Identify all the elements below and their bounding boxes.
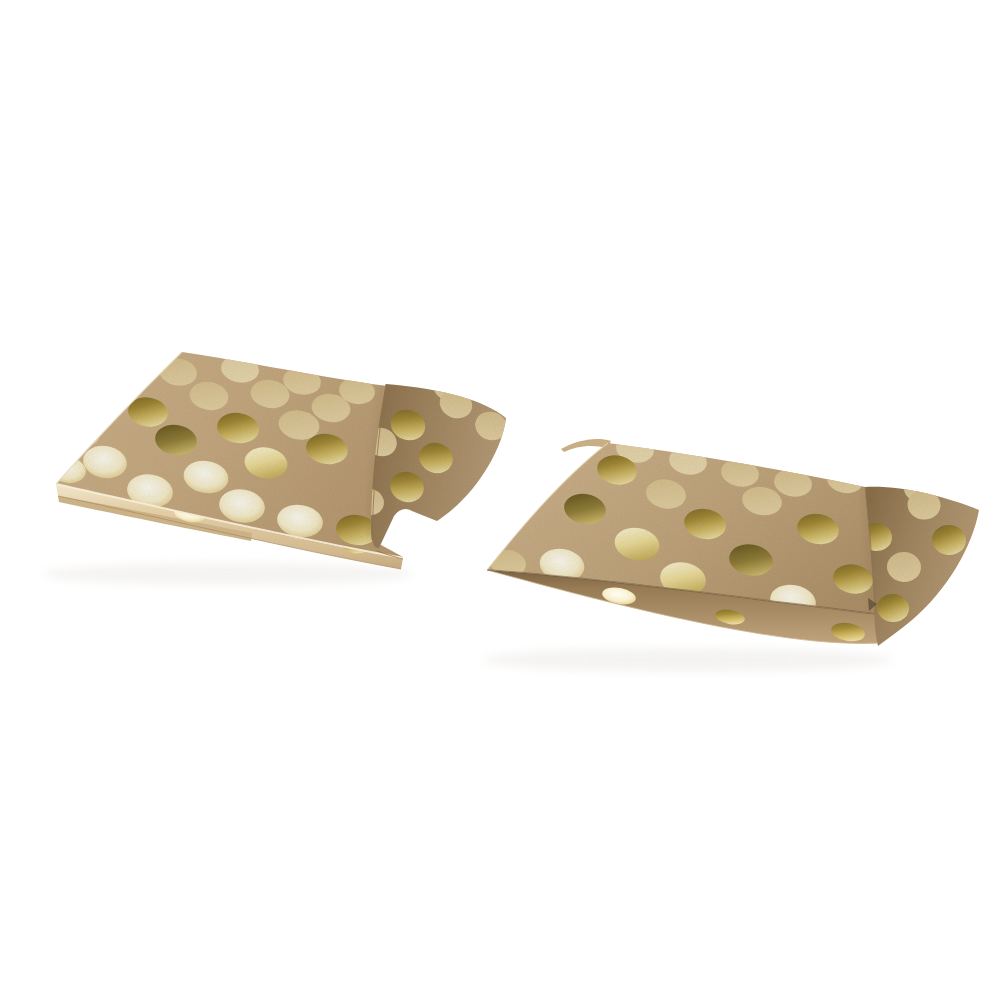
left-box-shadow bbox=[43, 563, 413, 585]
product-photo bbox=[0, 0, 1000, 1000]
right-box-shadow bbox=[483, 648, 893, 672]
product-photo-canvas bbox=[0, 0, 1000, 1000]
